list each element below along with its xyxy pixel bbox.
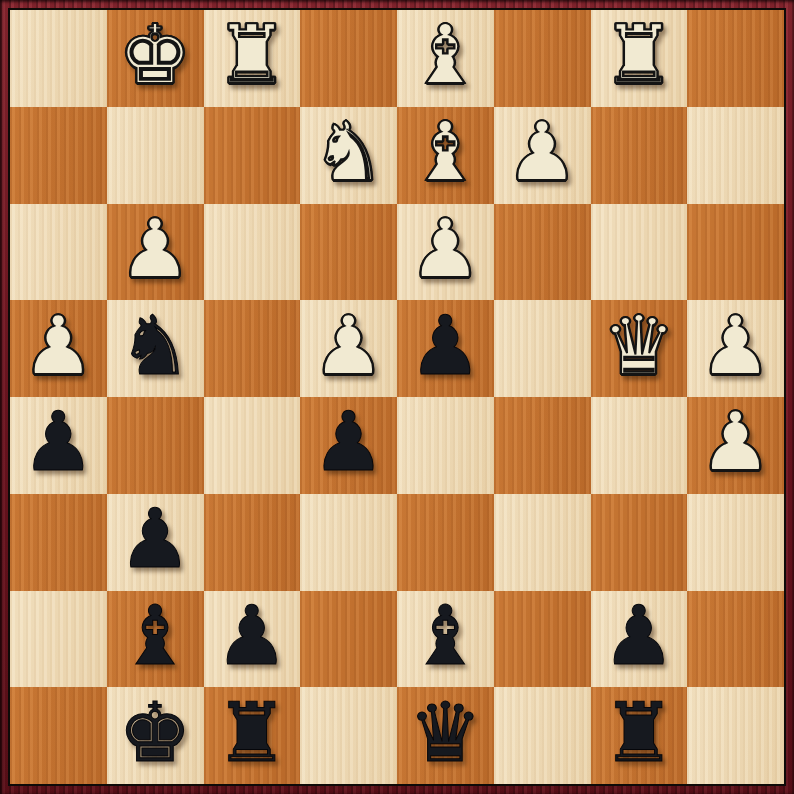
square-d2[interactable]: ♝ [397,107,494,204]
square-g6[interactable]: ♟ [107,494,204,591]
square-a5[interactable]: ♟ [687,397,784,494]
square-b2[interactable] [591,107,688,204]
black-pawn[interactable]: ♟ [215,591,289,684]
white-pawn[interactable]: ♟ [699,397,773,490]
square-g1[interactable]: ♚ [107,10,204,107]
black-queen[interactable]: ♛ [409,687,483,780]
square-b3[interactable] [591,204,688,301]
square-b6[interactable] [591,494,688,591]
square-d5[interactable] [397,397,494,494]
square-e1[interactable] [300,10,397,107]
square-a8[interactable] [687,687,784,784]
chess-board: ♚♜♝♜♞♝♟♟♟♟♞♟♟♛♟♟♟♟♟♝♟♝♟♚♜♛♜ [8,8,786,786]
square-f6[interactable] [204,494,301,591]
square-e8[interactable] [300,687,397,784]
square-f8[interactable]: ♜ [204,687,301,784]
black-rook[interactable]: ♜ [215,687,289,780]
square-c5[interactable] [494,397,591,494]
square-b7[interactable]: ♟ [591,591,688,688]
square-f1[interactable]: ♜ [204,10,301,107]
square-h3[interactable] [10,204,107,301]
square-g5[interactable] [107,397,204,494]
white-pawn[interactable]: ♟ [312,300,386,393]
square-f4[interactable] [204,300,301,397]
square-d8[interactable]: ♛ [397,687,494,784]
square-e7[interactable] [300,591,397,688]
square-e2[interactable]: ♞ [300,107,397,204]
square-e5[interactable]: ♟ [300,397,397,494]
square-g4[interactable]: ♞ [107,300,204,397]
square-h6[interactable] [10,494,107,591]
square-h1[interactable] [10,10,107,107]
white-king[interactable]: ♚ [118,10,192,103]
square-c2[interactable]: ♟ [494,107,591,204]
square-c1[interactable] [494,10,591,107]
square-e6[interactable] [300,494,397,591]
square-h4[interactable]: ♟ [10,300,107,397]
black-pawn[interactable]: ♟ [312,397,386,490]
square-b4[interactable]: ♛ [591,300,688,397]
white-knight[interactable]: ♞ [312,107,386,200]
square-a7[interactable] [687,591,784,688]
square-e4[interactable]: ♟ [300,300,397,397]
square-d4[interactable]: ♟ [397,300,494,397]
white-bishop[interactable]: ♝ [409,107,483,200]
white-pawn[interactable]: ♟ [699,300,773,393]
white-rook[interactable]: ♜ [215,10,289,103]
black-king[interactable]: ♚ [118,687,192,780]
black-rook[interactable]: ♜ [602,687,676,780]
black-bishop[interactable]: ♝ [409,591,483,684]
square-c8[interactable] [494,687,591,784]
black-bishop[interactable]: ♝ [118,591,192,684]
black-pawn[interactable]: ♟ [118,494,192,587]
square-b8[interactable]: ♜ [591,687,688,784]
square-a1[interactable] [687,10,784,107]
square-f5[interactable] [204,397,301,494]
square-b5[interactable] [591,397,688,494]
square-f3[interactable] [204,204,301,301]
square-h2[interactable] [10,107,107,204]
board-frame: ♚♜♝♜♞♝♟♟♟♟♞♟♟♛♟♟♟♟♟♝♟♝♟♚♜♛♜ [0,0,794,794]
square-c6[interactable] [494,494,591,591]
white-pawn[interactable]: ♟ [118,204,192,297]
square-d7[interactable]: ♝ [397,591,494,688]
square-d1[interactable]: ♝ [397,10,494,107]
square-a3[interactable] [687,204,784,301]
white-pawn[interactable]: ♟ [409,204,483,297]
square-h8[interactable] [10,687,107,784]
square-c7[interactable] [494,591,591,688]
square-b1[interactable]: ♜ [591,10,688,107]
square-e3[interactable] [300,204,397,301]
white-pawn[interactable]: ♟ [22,300,96,393]
square-h7[interactable] [10,591,107,688]
square-g8[interactable]: ♚ [107,687,204,784]
black-pawn[interactable]: ♟ [22,397,96,490]
black-pawn[interactable]: ♟ [409,300,483,393]
square-a2[interactable] [687,107,784,204]
white-rook[interactable]: ♜ [602,10,676,103]
square-f7[interactable]: ♟ [204,591,301,688]
white-bishop[interactable]: ♝ [409,10,483,103]
square-g2[interactable] [107,107,204,204]
white-pawn[interactable]: ♟ [505,107,579,200]
square-h5[interactable]: ♟ [10,397,107,494]
square-f2[interactable] [204,107,301,204]
black-knight[interactable]: ♞ [118,300,192,393]
black-pawn[interactable]: ♟ [602,591,676,684]
square-d3[interactable]: ♟ [397,204,494,301]
white-queen[interactable]: ♛ [602,300,676,393]
square-a6[interactable] [687,494,784,591]
square-g7[interactable]: ♝ [107,591,204,688]
square-g3[interactable]: ♟ [107,204,204,301]
square-d6[interactable] [397,494,494,591]
square-c3[interactable] [494,204,591,301]
square-c4[interactable] [494,300,591,397]
square-a4[interactable]: ♟ [687,300,784,397]
